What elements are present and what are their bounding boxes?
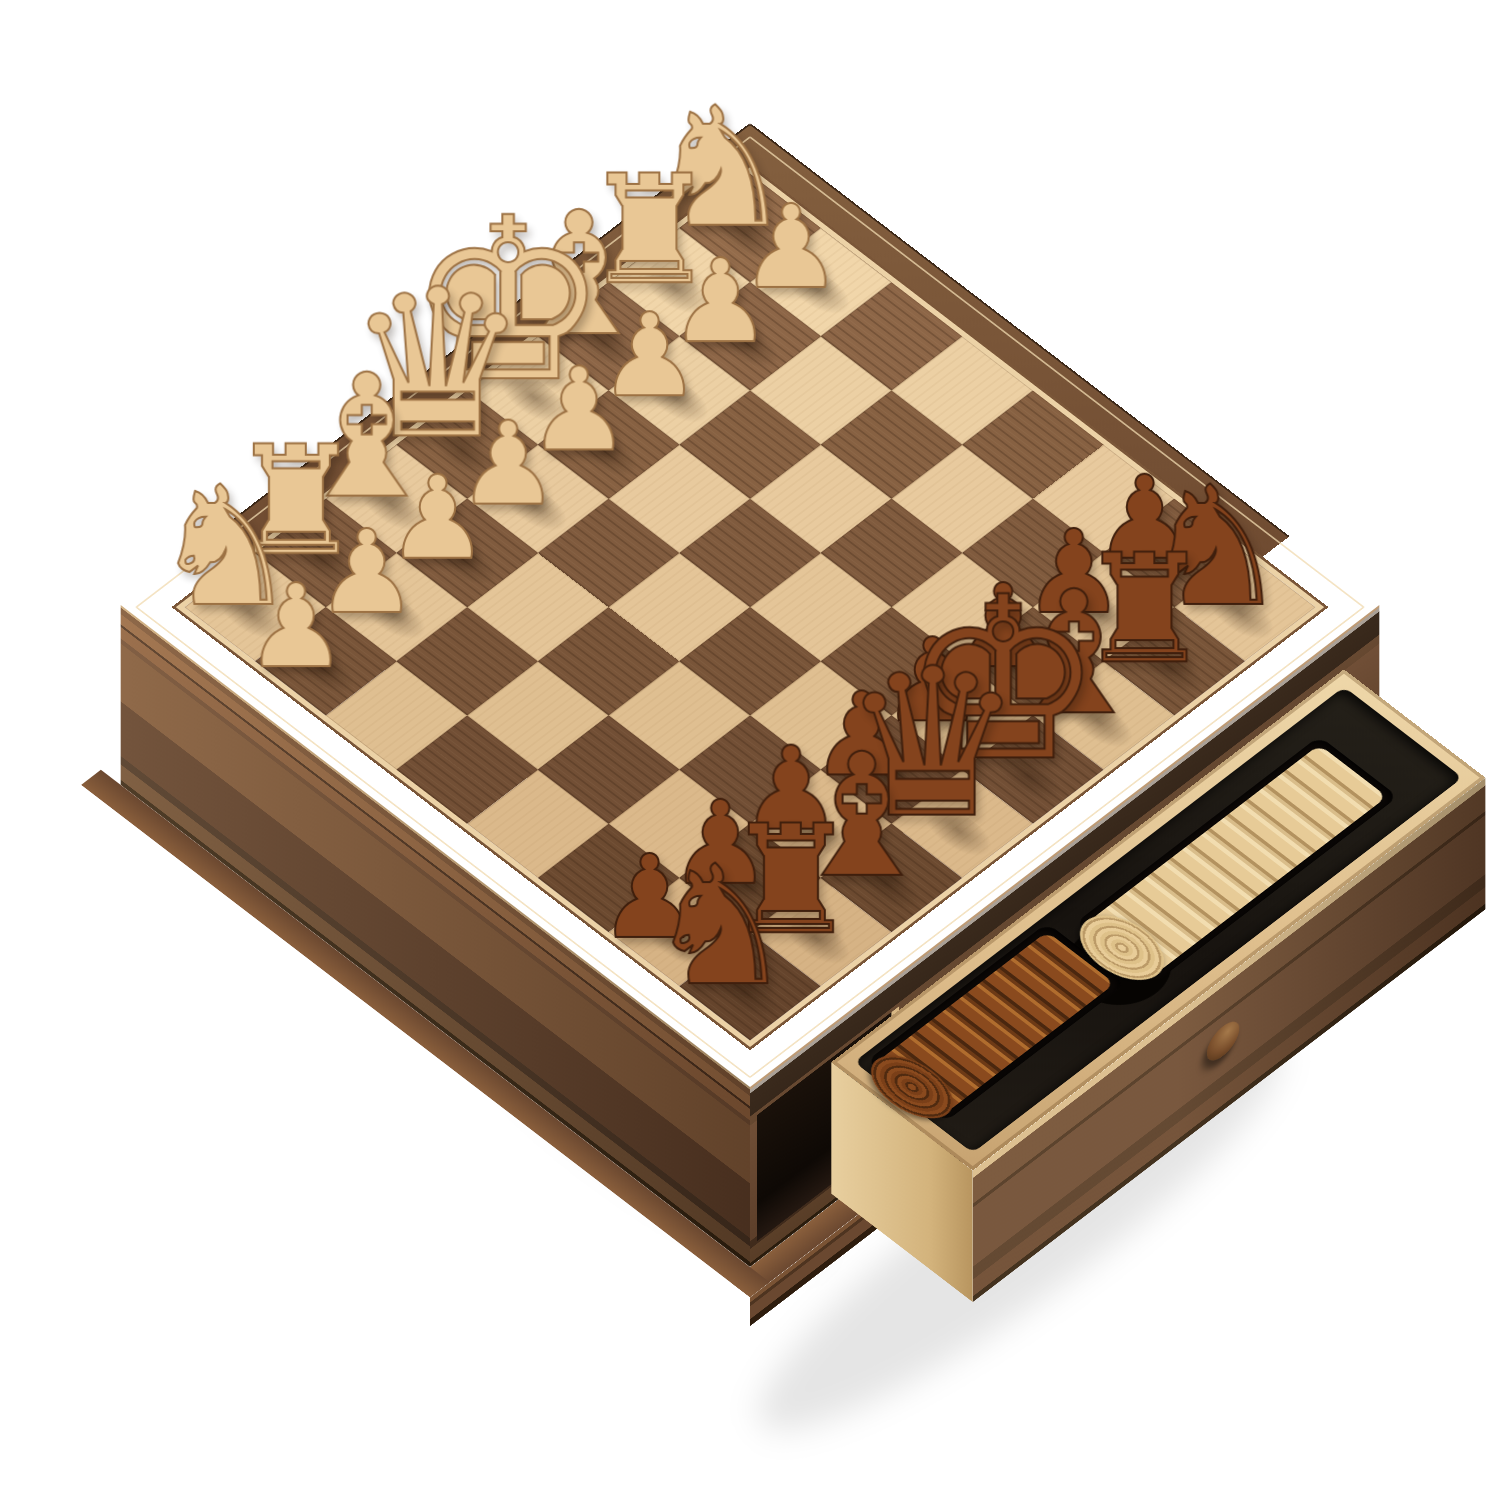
- piece-white-pawn-h2[interactable]: ♟: [244, 569, 347, 684]
- drawer-knob[interactable]: [1207, 1014, 1240, 1068]
- piece-black-knight-h8[interactable]: ♞: [646, 844, 794, 1009]
- square-e5[interactable]: [679, 607, 820, 715]
- product-photo-scene: ♞♟♟♞♜♟♟♜♝♟♟♝♚♟♟♚♛♟♟♛♝♟♟♝♜♟♟♜♞♟♟♞: [0, 0, 1500, 1500]
